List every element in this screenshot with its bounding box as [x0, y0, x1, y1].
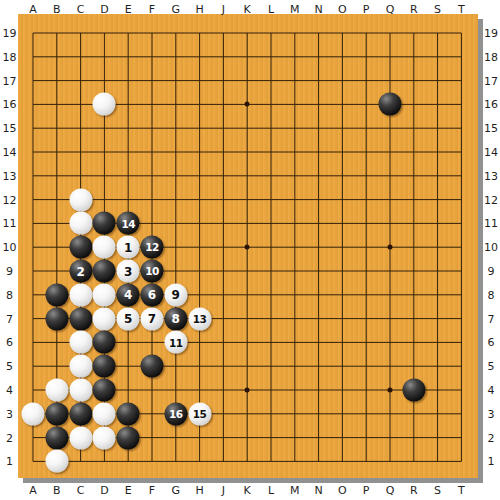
coord-label-right-14: 14 [484, 147, 498, 158]
black-stone-B7[interactable] [45, 307, 68, 330]
star-point-Q4 [388, 388, 393, 393]
coord-label-right-10: 10 [484, 242, 498, 253]
coord-label-top-P: P [363, 4, 370, 15]
black-stone-Q16[interactable] [379, 93, 402, 116]
coord-label-left-8: 8 [6, 289, 13, 300]
coord-label-top-S: S [434, 4, 441, 15]
coord-label-right-8: 8 [488, 289, 495, 300]
coord-label-bottom-G: G [172, 484, 181, 495]
star-point-K16 [245, 102, 250, 107]
coord-label-bottom-D: D [100, 484, 108, 495]
coord-label-left-12: 12 [3, 194, 17, 205]
star-point-K4 [245, 388, 250, 393]
coord-label-left-16: 16 [3, 99, 17, 110]
white-stone-C5[interactable] [69, 355, 92, 378]
star-point-Q10 [388, 245, 393, 250]
coord-label-top-A: A [29, 4, 37, 15]
coord-label-bottom-N: N [314, 484, 322, 495]
coord-label-bottom-R: R [410, 484, 418, 495]
coord-label-right-2: 2 [488, 432, 495, 443]
coord-label-right-19: 19 [484, 28, 498, 39]
coord-label-right-3: 3 [488, 408, 495, 419]
coord-label-top-B: B [53, 4, 61, 15]
coord-label-left-10: 10 [3, 242, 17, 253]
coord-label-top-D: D [100, 4, 108, 15]
white-stone-C8[interactable] [69, 283, 92, 306]
black-stone-E11[interactable]: 14 [117, 212, 140, 235]
black-stone-D9[interactable] [93, 260, 116, 283]
coord-label-bottom-C: C [77, 484, 85, 495]
coord-label-right-17: 17 [484, 75, 498, 86]
coord-label-top-J: J [222, 4, 225, 15]
white-stone-E9[interactable]: 3 [117, 260, 140, 283]
white-stone-D7[interactable] [93, 307, 116, 330]
white-stone-G6[interactable]: 11 [164, 331, 187, 354]
white-stone-G8[interactable]: 9 [164, 283, 187, 306]
coord-label-top-L: L [268, 4, 274, 15]
coord-label-right-9: 9 [488, 266, 495, 277]
coord-label-top-C: C [77, 4, 85, 15]
black-stone-C10[interactable] [69, 236, 92, 259]
black-stone-E2[interactable] [117, 426, 140, 449]
move-number-6: 6 [148, 289, 156, 301]
coord-label-top-T: T [458, 4, 465, 15]
black-stone-F8[interactable]: 6 [141, 283, 164, 306]
move-number-11: 11 [169, 337, 183, 348]
move-number-7: 7 [148, 313, 156, 325]
coord-label-bottom-T: T [458, 484, 465, 495]
coord-label-bottom-H: H [195, 484, 203, 495]
coord-label-left-6: 6 [6, 337, 13, 348]
move-number-5: 5 [124, 313, 132, 325]
coord-label-bottom-F: F [149, 484, 155, 495]
move-number-8: 8 [172, 313, 180, 325]
coord-label-left-11: 11 [3, 218, 17, 229]
move-number-4: 4 [124, 289, 132, 301]
white-stone-A3[interactable] [22, 402, 45, 425]
coord-label-right-5: 5 [488, 361, 495, 372]
coord-label-left-18: 18 [3, 51, 17, 62]
coord-label-top-M: M [290, 4, 300, 15]
white-stone-H7[interactable]: 13 [188, 307, 211, 330]
coord-label-left-15: 15 [3, 123, 17, 134]
coord-label-left-17: 17 [3, 75, 17, 86]
black-stone-E8[interactable]: 4 [117, 283, 140, 306]
black-stone-B8[interactable] [45, 283, 68, 306]
black-stone-D6[interactable] [93, 331, 116, 354]
coord-label-left-4: 4 [6, 385, 13, 396]
black-stone-C3[interactable] [69, 402, 92, 425]
white-stone-B1[interactable] [45, 450, 68, 473]
black-stone-D11[interactable] [93, 212, 116, 235]
white-stone-D2[interactable] [93, 426, 116, 449]
coord-label-bottom-L: L [268, 484, 274, 495]
coord-label-right-7: 7 [488, 313, 495, 324]
coord-label-right-12: 12 [484, 194, 498, 205]
coord-label-right-16: 16 [484, 99, 498, 110]
move-number-14: 14 [121, 218, 135, 229]
white-stone-C2[interactable] [69, 426, 92, 449]
go-board[interactable]: 14112231046957813111615 [18, 14, 478, 478]
move-number-2: 2 [76, 265, 84, 277]
coord-label-top-K: K [244, 4, 251, 15]
coord-label-left-9: 9 [6, 266, 13, 277]
move-number-16: 16 [169, 409, 183, 420]
star-point-K10 [245, 245, 250, 250]
coord-label-left-1: 1 [6, 456, 13, 467]
white-stone-F7[interactable]: 7 [141, 307, 164, 330]
coord-label-left-13: 13 [3, 170, 17, 181]
move-number-9: 9 [172, 289, 180, 301]
black-stone-R4[interactable] [402, 379, 425, 402]
black-stone-C9[interactable]: 2 [69, 260, 92, 283]
coord-label-left-3: 3 [6, 408, 13, 419]
white-stone-C4[interactable] [69, 379, 92, 402]
coord-label-right-6: 6 [488, 337, 495, 348]
move-number-12: 12 [145, 242, 159, 253]
go-board-viewer: 14112231046957813111615 AABBCCDDEEFFGGHH… [0, 0, 500, 500]
coord-label-right-18: 18 [484, 51, 498, 62]
white-stone-H3[interactable]: 15 [188, 402, 211, 425]
black-stone-C7[interactable] [69, 307, 92, 330]
white-stone-D3[interactable] [93, 402, 116, 425]
coord-label-bottom-E: E [125, 484, 132, 495]
black-stone-F10[interactable]: 12 [141, 236, 164, 259]
coord-label-top-E: E [125, 4, 132, 15]
black-stone-G3[interactable]: 16 [164, 402, 187, 425]
black-stone-D5[interactable] [93, 355, 116, 378]
white-stone-C12[interactable] [69, 188, 92, 211]
coord-label-bottom-P: P [363, 484, 370, 495]
white-stone-E10[interactable]: 1 [117, 236, 140, 259]
white-stone-C11[interactable] [69, 212, 92, 235]
coord-label-top-N: N [314, 4, 322, 15]
move-number-1: 1 [124, 241, 132, 253]
white-stone-D16[interactable] [93, 93, 116, 116]
black-stone-F5[interactable] [141, 355, 164, 378]
coord-label-bottom-J: J [222, 484, 225, 495]
coord-label-bottom-A: A [29, 484, 37, 495]
coord-label-top-R: R [410, 4, 418, 15]
black-stone-G7[interactable]: 8 [164, 307, 187, 330]
coord-label-right-11: 11 [484, 218, 498, 229]
white-stone-C6[interactable] [69, 331, 92, 354]
coord-label-right-1: 1 [488, 456, 495, 467]
black-stone-B2[interactable] [45, 426, 68, 449]
coord-label-top-F: F [149, 4, 155, 15]
coord-label-bottom-O: O [338, 484, 347, 495]
white-stone-D10[interactable] [93, 236, 116, 259]
coord-label-left-5: 5 [6, 361, 13, 372]
coord-label-left-14: 14 [3, 147, 17, 158]
coord-label-top-G: G [172, 4, 181, 15]
move-number-13: 13 [193, 313, 207, 324]
coord-label-bottom-M: M [290, 484, 300, 495]
black-stone-D4[interactable] [93, 379, 116, 402]
black-stone-F9[interactable]: 10 [141, 260, 164, 283]
white-stone-D8[interactable] [93, 283, 116, 306]
coord-label-left-2: 2 [6, 432, 13, 443]
coord-label-right-13: 13 [484, 170, 498, 181]
move-number-15: 15 [193, 409, 207, 420]
coord-label-right-4: 4 [488, 385, 495, 396]
white-stone-B4[interactable] [45, 379, 68, 402]
coord-label-top-H: H [195, 4, 203, 15]
coord-label-top-O: O [338, 4, 347, 15]
coord-label-bottom-S: S [434, 484, 441, 495]
white-stone-E7[interactable]: 5 [117, 307, 140, 330]
coord-label-left-7: 7 [6, 313, 13, 324]
coord-label-bottom-K: K [244, 484, 251, 495]
black-stone-B3[interactable] [45, 402, 68, 425]
coord-label-bottom-Q: Q [386, 484, 395, 495]
move-number-3: 3 [124, 265, 132, 277]
black-stone-E3[interactable] [117, 402, 140, 425]
coord-label-right-15: 15 [484, 123, 498, 134]
coord-label-bottom-B: B [53, 484, 61, 495]
move-number-10: 10 [145, 266, 159, 277]
coord-label-top-Q: Q [386, 4, 395, 15]
coord-label-left-19: 19 [3, 28, 17, 39]
